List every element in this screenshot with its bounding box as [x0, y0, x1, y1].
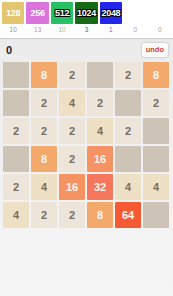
achievement-tile-128: 128: [2, 2, 24, 24]
tile-2-r2c4: 2: [87, 90, 113, 116]
tile-2-r3c3: 2: [59, 118, 85, 144]
tile-2-r4c3: 2: [59, 146, 85, 172]
tile-2-r1c3: 2: [59, 62, 85, 88]
tile-8-r1c6: 8: [143, 62, 169, 88]
tile-4-r6c1: 4: [3, 202, 29, 228]
achievement-count-empty-6: 0: [149, 26, 171, 34]
empty-cell-r2c5: [115, 90, 141, 116]
achievement-count-2048: 1: [100, 26, 122, 34]
tile-4-r2c3: 4: [59, 90, 85, 116]
tile-32-r5c4: 32: [87, 174, 113, 200]
achievement-count-128: 10: [2, 26, 24, 34]
tile-2-r3c5: 2: [115, 118, 141, 144]
tile-16-r5c3: 16: [59, 174, 85, 200]
empty-cell-r1c4: [87, 62, 113, 88]
tile-8-r1c2: 8: [31, 62, 57, 88]
achievement-tile-empty-5: [124, 2, 146, 24]
tile-2-r5c1: 2: [3, 174, 29, 200]
achievement-tile-512: 512: [51, 2, 73, 24]
score-value: 0: [6, 44, 12, 56]
score-row: 0 undo: [0, 38, 173, 62]
tile-2-r3c2: 2: [31, 118, 57, 144]
achievement-tile-256: 256: [26, 2, 48, 24]
undo-button[interactable]: undo: [142, 43, 168, 57]
achievement-tile-1024: 1024: [75, 2, 97, 24]
empty-cell-r4c6: [143, 146, 169, 172]
achievement-tile-empty-6: [149, 2, 171, 24]
empty-cell-r2c1: [3, 90, 29, 116]
achievement-tiles-row: 12825651210242048: [2, 2, 171, 24]
achievement-bar: 12825651210242048 1013103100: [0, 0, 173, 38]
achievement-count-1024: 3: [75, 26, 97, 34]
achievement-counts-row: 1013103100: [2, 24, 171, 36]
empty-cell-r1c1: [3, 62, 29, 88]
achievement-count-256: 13: [26, 26, 48, 34]
tile-4-r5c5: 4: [115, 174, 141, 200]
tile-2-r1c5: 2: [115, 62, 141, 88]
tile-8-r6c4: 8: [87, 202, 113, 228]
tile-16-r4c4: 16: [87, 146, 113, 172]
empty-cell-r3c6: [143, 118, 169, 144]
achievement-tile-2048: 2048: [100, 2, 122, 24]
tile-2-r6c3: 2: [59, 202, 85, 228]
tile-64-r6c5: 64: [115, 202, 141, 228]
app-window: 12825651210242048 1013103100 0 undo 8228…: [0, 0, 173, 296]
game-board[interactable]: 8228242222242821624163244422864: [0, 62, 173, 228]
tile-2-r3c1: 2: [3, 118, 29, 144]
achievement-count-empty-5: 0: [124, 26, 146, 34]
tile-8-r4c2: 8: [31, 146, 57, 172]
empty-cell-r4c1: [3, 146, 29, 172]
tile-4-r5c6: 4: [143, 174, 169, 200]
empty-cell-r4c5: [115, 146, 141, 172]
tile-2-r2c6: 2: [143, 90, 169, 116]
tile-4-r3c4: 4: [87, 118, 113, 144]
tile-2-r6c2: 2: [31, 202, 57, 228]
tile-2-r2c2: 2: [31, 90, 57, 116]
empty-cell-r6c6: [143, 202, 169, 228]
achievement-count-512: 10: [51, 26, 73, 34]
tile-4-r5c2: 4: [31, 174, 57, 200]
